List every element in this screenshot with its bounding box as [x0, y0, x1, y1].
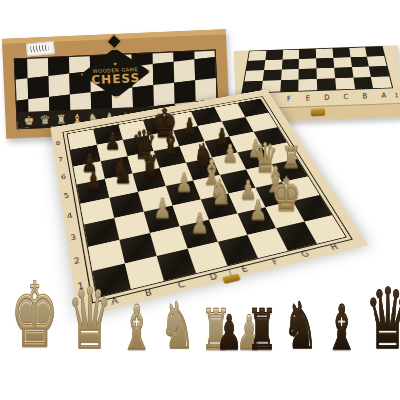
white-pawn[interactable]: ♟ — [249, 197, 266, 224]
product-photo: ♚♛♜♝♞♟♟♞♝♜♛♚ ✦ WOODEN GAME CHESS HGFEDCB… — [0, 0, 400, 400]
black-knight-display[interactable]: ♞ — [283, 300, 318, 352]
white-king-display[interactable]: ♚ — [10, 280, 59, 352]
black-rook-display[interactable]: ♜ — [247, 307, 277, 352]
folded-square — [367, 56, 386, 66]
black-bishop-display[interactable]: ♝ — [325, 303, 359, 352]
black-pawn[interactable]: ♟ — [85, 168, 102, 194]
rank-label-6: 6 — [60, 168, 68, 187]
white-bishop-display[interactable]: ♝ — [120, 303, 154, 352]
box-checker-square — [14, 57, 28, 80]
rank-label-4: 4 — [65, 205, 74, 227]
square-h7[interactable] — [245, 113, 277, 132]
white-king[interactable]: ♚ — [272, 172, 301, 217]
square-a5[interactable]: ♟ — [77, 179, 110, 204]
black-knight[interactable]: ♞ — [111, 155, 132, 188]
folded-square — [371, 76, 392, 88]
black-bishop[interactable]: ♝ — [160, 127, 181, 159]
black-pawn-display[interactable]: ♟ — [216, 314, 242, 352]
rank-label-5: 5 — [62, 186, 70, 206]
black-pawn[interactable]: ♟ — [182, 115, 197, 138]
white-pieces-row: ♚♛♝♞♜♟ — [2, 244, 214, 352]
folded-rank-mark-right: 1 — [394, 91, 398, 98]
rank-label-8: 8 — [54, 135, 61, 152]
black-pawn[interactable]: ♟ — [105, 129, 120, 153]
white-pawn[interactable]: ♟ — [154, 195, 171, 222]
square-c5[interactable]: ♜ — [133, 168, 166, 192]
white-knight-display[interactable]: ♞ — [160, 300, 195, 352]
black-rook[interactable]: ♜ — [140, 152, 159, 182]
square-g1[interactable] — [276, 222, 317, 251]
white-pawn[interactable]: ♟ — [222, 142, 238, 166]
black-queen-display[interactable]: ♛ — [365, 285, 400, 352]
folded-letter-a: A — [374, 89, 393, 102]
black-pieces-row: ♟♜♞♝♛♚ — [212, 252, 398, 352]
white-pawn[interactable]: ♟ — [191, 210, 209, 238]
folded-square — [369, 66, 389, 77]
square-f2[interactable]: ♟ — [238, 207, 277, 235]
white-queen-display[interactable]: ♛ — [67, 285, 113, 352]
white-pawn[interactable]: ♟ — [176, 170, 193, 196]
box-checker-square — [14, 78, 28, 101]
white-knight[interactable]: ♞ — [209, 175, 231, 209]
tray-light-king: ♚ — [23, 115, 34, 128]
rank-label-7: 7 — [57, 151, 65, 169]
